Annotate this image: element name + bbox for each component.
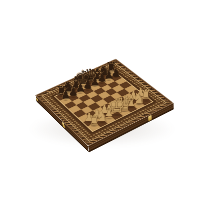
scene xyxy=(0,0,200,200)
brass-hinge xyxy=(36,97,38,101)
chess-board xyxy=(35,59,173,146)
brass-latch-right xyxy=(148,115,152,121)
photo-background: ♜♞♟♝♟♛♟♚♟♝♟♞♟♜♟♟♟♟♜♟♞♟♝♟♛♟♚♟♝♟♞♜ xyxy=(0,0,200,200)
brass-latch xyxy=(62,122,65,129)
